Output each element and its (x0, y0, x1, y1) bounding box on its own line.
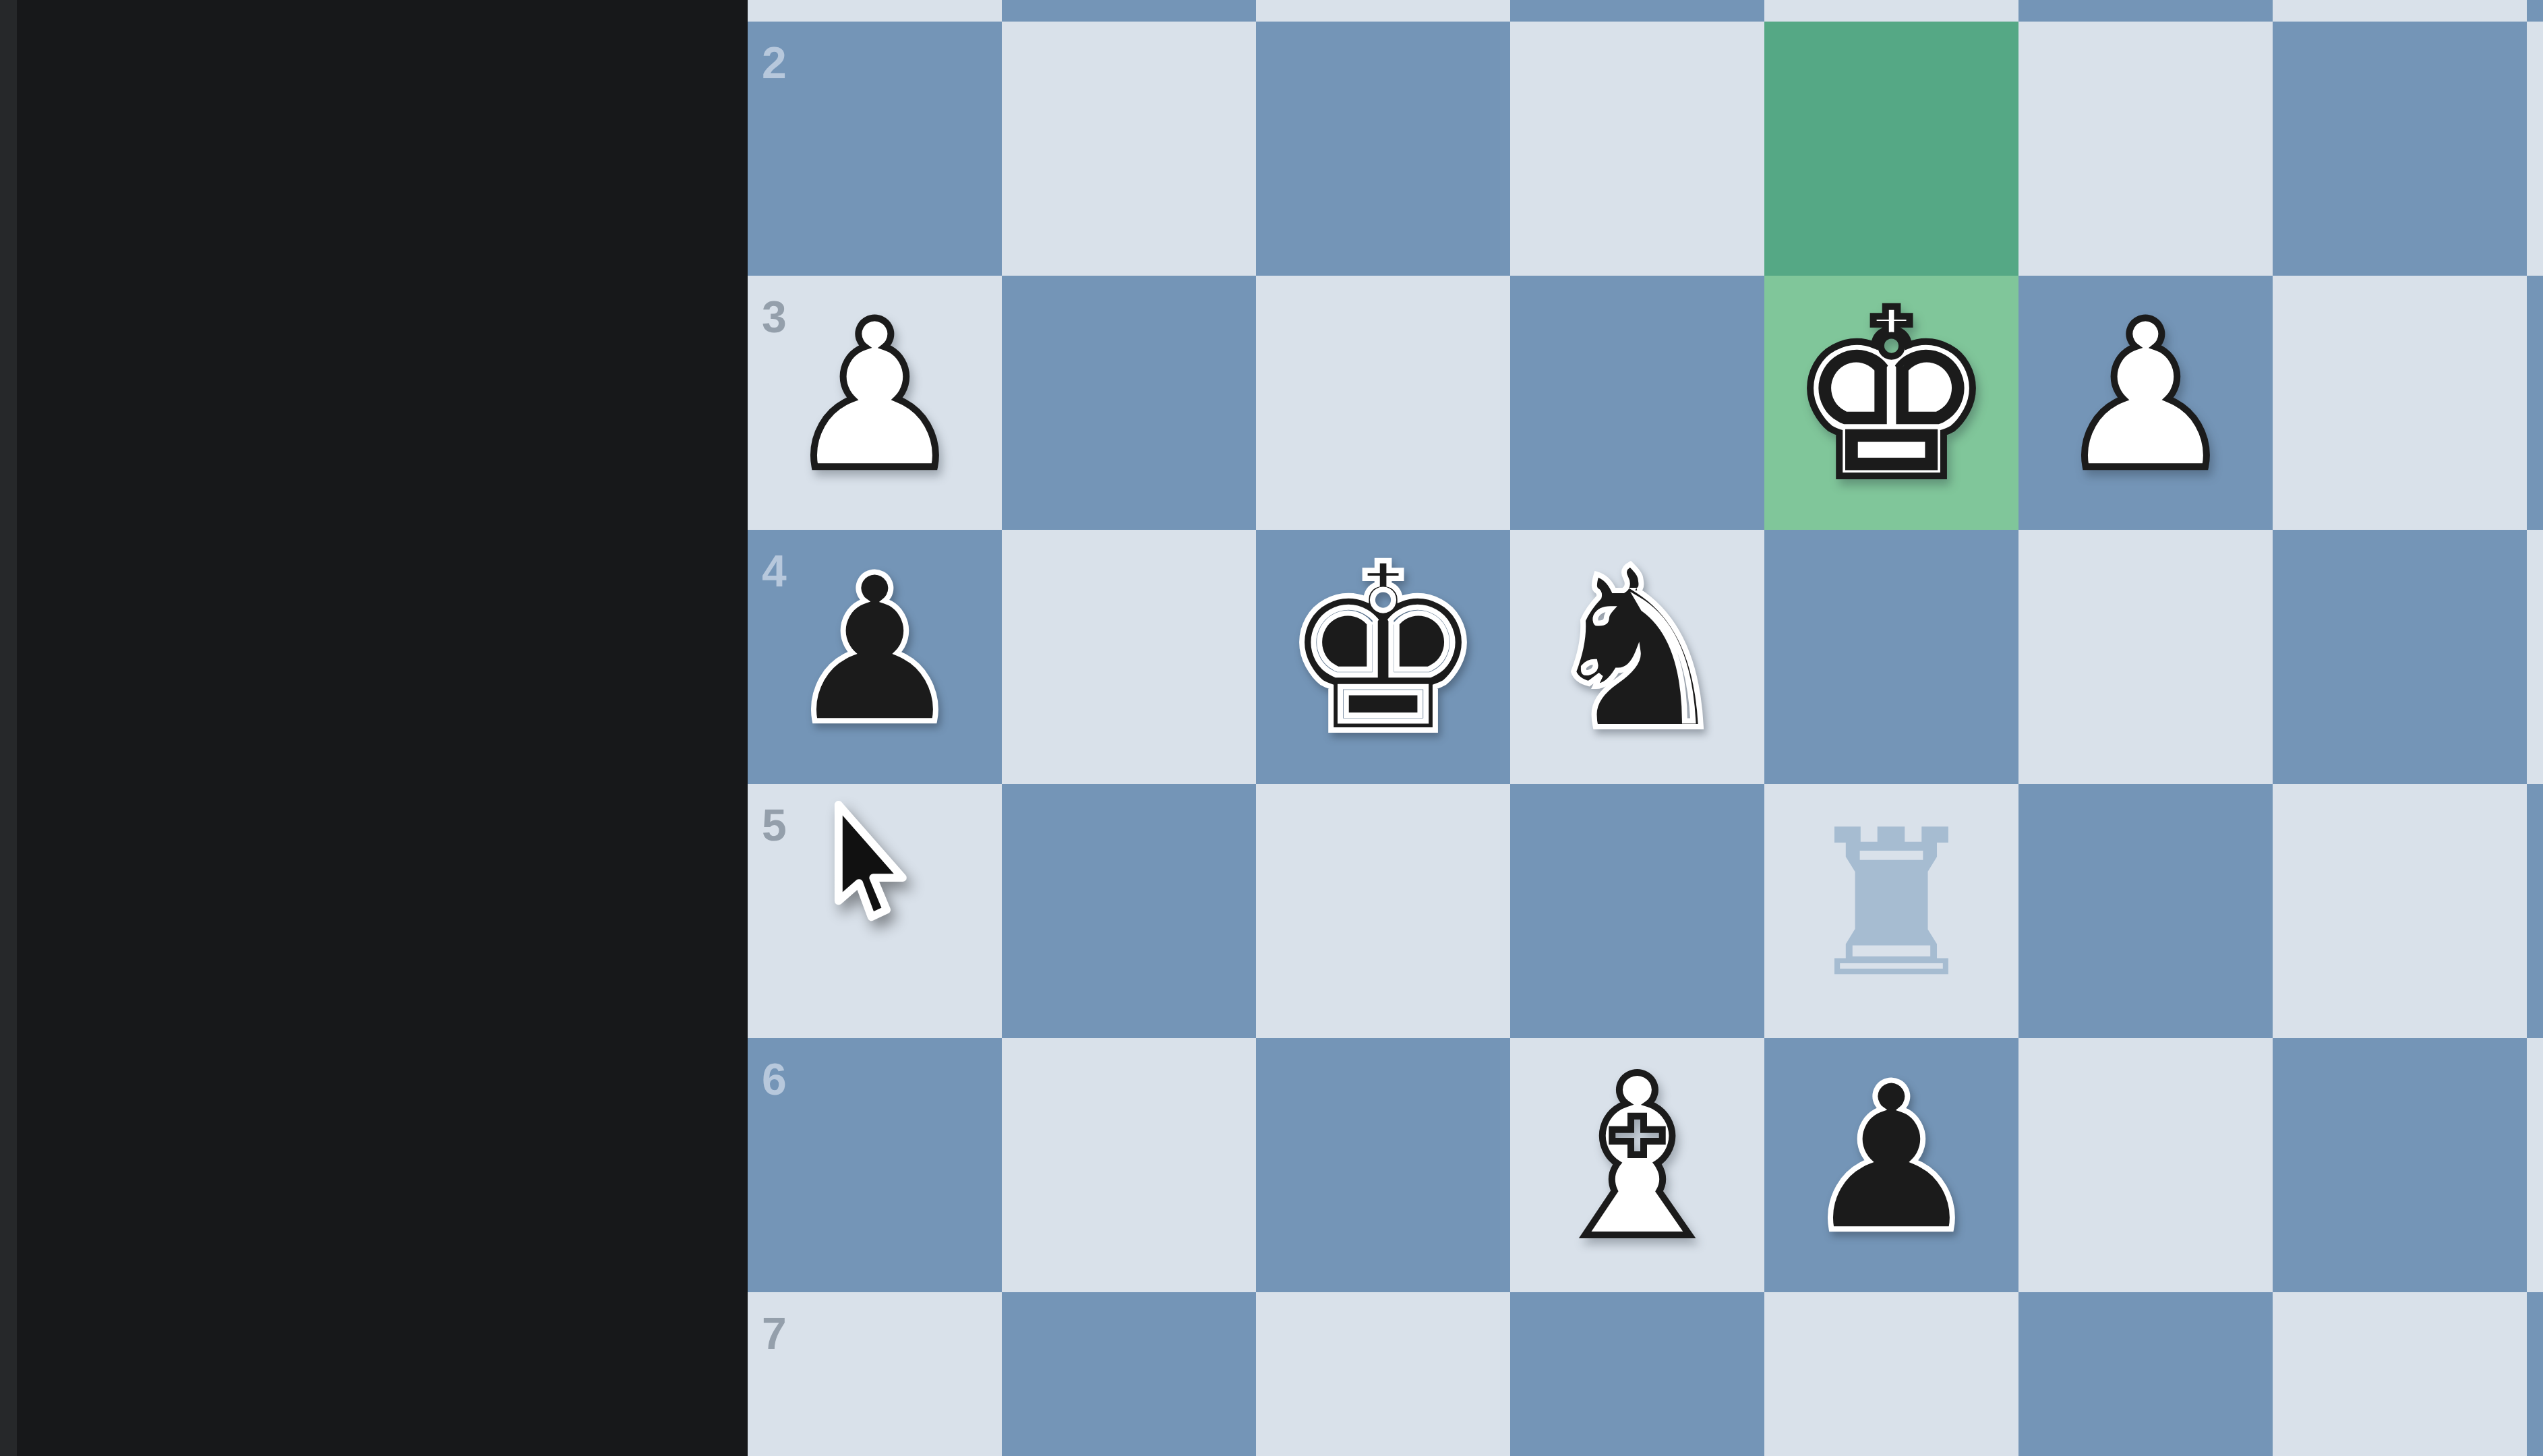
chess-board[interactable]: 23♟♚♟4♟♚♞5♜6♝♟7 (748, 0, 2543, 1456)
square-f2[interactable] (1256, 22, 1510, 276)
square-e6[interactable]: ♝ (1510, 1038, 1764, 1292)
ghost-white-rook: ♜ (1764, 777, 2018, 1031)
rank-label-5: 5 (762, 803, 787, 847)
square-g5[interactable] (1002, 784, 1256, 1038)
square-e4[interactable]: ♞ (1510, 530, 1764, 784)
square-f1[interactable] (1256, 0, 1510, 22)
square-b5[interactable] (2273, 784, 2527, 1038)
square-d5[interactable]: ♜ (1764, 784, 2018, 1038)
white-pawn[interactable]: ♟ (2018, 269, 2273, 523)
square-b3[interactable] (2273, 276, 2527, 530)
white-king[interactable]: ♚ (1764, 269, 2018, 523)
square-b1[interactable] (2273, 0, 2527, 22)
rank-label-2: 2 (762, 40, 787, 85)
rank-label-6: 6 (762, 1057, 787, 1101)
square-e3[interactable] (1510, 276, 1764, 530)
white-pawn[interactable]: ♟ (748, 269, 1002, 523)
white-bishop[interactable]: ♝ (1510, 1031, 1764, 1285)
square-b6[interactable] (2273, 1038, 2527, 1292)
black-pawn[interactable]: ♟ (748, 523, 1002, 777)
square-b4[interactable] (2273, 530, 2527, 784)
square-b7[interactable] (2273, 1292, 2527, 1456)
square-g1[interactable] (1002, 0, 1256, 22)
square-g4[interactable] (1002, 530, 1256, 784)
square-g7[interactable] (1002, 1292, 1256, 1456)
square-d3[interactable]: ♚ (1764, 276, 2018, 530)
square-c2[interactable] (2018, 22, 2273, 276)
square-h7[interactable]: 7 (748, 1292, 1002, 1456)
square-f5[interactable] (1256, 784, 1510, 1038)
square-a6[interactable] (2527, 1038, 2543, 1292)
left-panel-edge-strip (0, 0, 17, 1456)
square-d2[interactable] (1764, 22, 2018, 276)
black-pawn[interactable]: ♟ (1764, 1031, 2018, 1285)
square-h1[interactable] (748, 0, 1002, 22)
square-h3[interactable]: 3♟ (748, 276, 1002, 530)
square-g3[interactable] (1002, 276, 1256, 530)
square-h6[interactable]: 6 (748, 1038, 1002, 1292)
square-a3[interactable] (2527, 276, 2543, 530)
square-e5[interactable] (1510, 784, 1764, 1038)
square-h4[interactable]: 4♟ (748, 530, 1002, 784)
square-f6[interactable] (1256, 1038, 1510, 1292)
square-d1[interactable] (1764, 0, 2018, 22)
square-e1[interactable] (1510, 0, 1764, 22)
square-g6[interactable] (1002, 1038, 1256, 1292)
square-f3[interactable] (1256, 276, 1510, 530)
square-c1[interactable] (2018, 0, 2273, 22)
square-g2[interactable] (1002, 22, 1256, 276)
square-a4[interactable] (2527, 530, 2543, 784)
square-c4[interactable] (2018, 530, 2273, 784)
square-f7[interactable] (1256, 1292, 1510, 1456)
black-knight[interactable]: ♞ (1510, 523, 1764, 777)
square-a2[interactable] (2527, 22, 2543, 276)
rank-label-7: 7 (762, 1311, 787, 1356)
square-c5[interactable] (2018, 784, 2273, 1038)
square-d4[interactable] (1764, 530, 2018, 784)
square-e7[interactable] (1510, 1292, 1764, 1456)
square-d7[interactable] (1764, 1292, 2018, 1456)
mouse-cursor-icon (828, 799, 917, 938)
square-b2[interactable] (2273, 22, 2527, 276)
square-f4[interactable]: ♚ (1256, 530, 1510, 784)
square-h2[interactable]: 2 (748, 22, 1002, 276)
square-a5[interactable] (2527, 784, 2543, 1038)
square-d6[interactable]: ♟ (1764, 1038, 2018, 1292)
square-e2[interactable] (1510, 22, 1764, 276)
left-panel (0, 0, 748, 1456)
square-c7[interactable] (2018, 1292, 2273, 1456)
square-c6[interactable] (2018, 1038, 2273, 1292)
square-c3[interactable]: ♟ (2018, 276, 2273, 530)
square-a1[interactable] (2527, 0, 2543, 22)
black-king[interactable]: ♚ (1256, 523, 1510, 777)
square-a7[interactable] (2527, 1292, 2543, 1456)
